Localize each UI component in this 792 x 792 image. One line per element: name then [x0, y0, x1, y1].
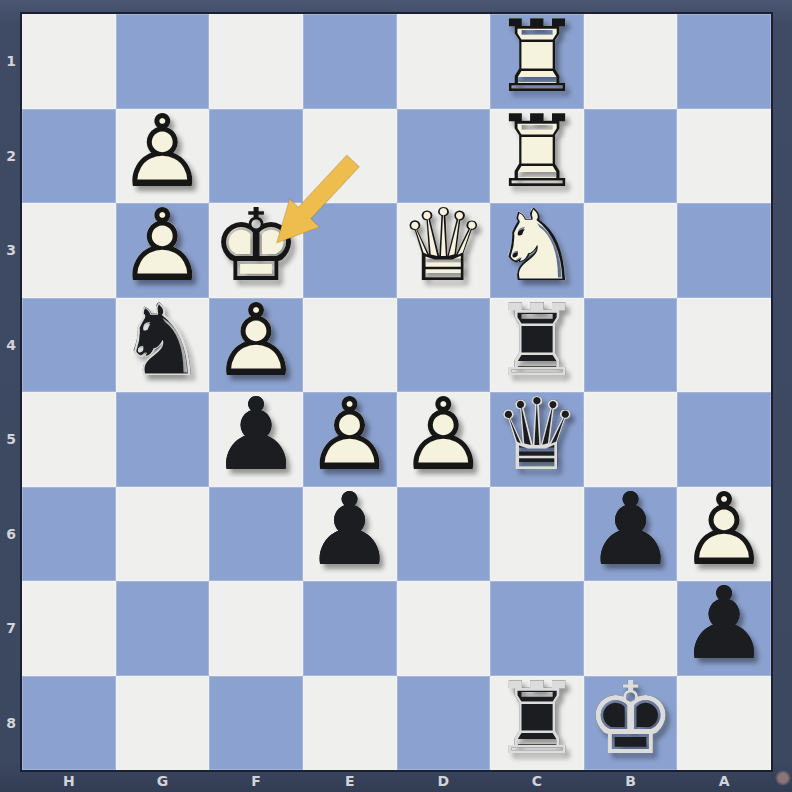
- piece-white-pawn-g3[interactable]: ♟♙: [116, 203, 210, 298]
- rank-label-2: 2: [0, 109, 22, 204]
- piece-black-pawn-a7[interactable]: ♟♙: [677, 581, 771, 676]
- square-h1[interactable]: [22, 14, 116, 109]
- square-a3[interactable]: [677, 203, 771, 298]
- file-label-a: A: [677, 769, 771, 792]
- piece-black-rook-c8[interactable]: ♜♖: [490, 676, 584, 771]
- square-d4[interactable]: [397, 298, 491, 393]
- square-b4[interactable]: [584, 298, 678, 393]
- square-d3[interactable]: ♛♕: [397, 203, 491, 298]
- file-label-e: E: [303, 769, 397, 792]
- square-e4[interactable]: [303, 298, 397, 393]
- square-b5[interactable]: [584, 392, 678, 487]
- square-g7[interactable]: [116, 581, 210, 676]
- piece-black-pawn-f5[interactable]: ♟♙: [209, 392, 303, 487]
- file-label-d: D: [397, 769, 491, 792]
- square-g6[interactable]: [116, 487, 210, 582]
- rank-label-5: 5: [0, 392, 22, 487]
- rank-label-7: 7: [0, 581, 22, 676]
- square-a6[interactable]: ♟♙: [677, 487, 771, 582]
- square-b2[interactable]: [584, 109, 678, 204]
- piece-black-queen-c5[interactable]: ♛♕: [490, 392, 584, 487]
- square-a5[interactable]: [677, 392, 771, 487]
- square-f5[interactable]: ♟♙: [209, 392, 303, 487]
- square-e8[interactable]: [303, 676, 397, 771]
- piece-white-rook-c1[interactable]: ♜♖: [490, 14, 584, 109]
- chess-board-panel: 12345678 ♜♖♟♙♜♖♟♙♚♔♛♕♞♘♞♘♟♙♜♖♟♙♟♙♟♙♛♕♟♙♟…: [0, 0, 792, 792]
- square-g4[interactable]: ♞♘: [116, 298, 210, 393]
- piece-black-rook-c4[interactable]: ♜♖: [490, 298, 584, 393]
- piece-white-knight-c3[interactable]: ♞♘: [490, 203, 584, 298]
- square-e3[interactable]: [303, 203, 397, 298]
- file-label-h: H: [22, 769, 116, 792]
- piece-black-king-b8[interactable]: ♚♔: [584, 676, 678, 771]
- square-c3[interactable]: ♞♘: [490, 203, 584, 298]
- square-d7[interactable]: [397, 581, 491, 676]
- square-e7[interactable]: [303, 581, 397, 676]
- piece-white-pawn-a6[interactable]: ♟♙: [677, 487, 771, 582]
- rank-label-3: 3: [0, 203, 22, 298]
- square-e5[interactable]: ♟♙: [303, 392, 397, 487]
- square-d5[interactable]: ♟♙: [397, 392, 491, 487]
- file-label-b: B: [584, 769, 678, 792]
- square-g1[interactable]: [116, 14, 210, 109]
- square-b8[interactable]: ♚♔: [584, 676, 678, 771]
- square-h3[interactable]: [22, 203, 116, 298]
- file-labels: HGFEDCBA: [22, 769, 771, 792]
- square-g2[interactable]: ♟♙: [116, 109, 210, 204]
- piece-white-pawn-e5[interactable]: ♟♙: [303, 392, 397, 487]
- square-d1[interactable]: [397, 14, 491, 109]
- file-label-g: G: [116, 769, 210, 792]
- board: ♜♖♟♙♜♖♟♙♚♔♛♕♞♘♞♘♟♙♜♖♟♙♟♙♟♙♛♕♟♙♟♙♟♙♟♙♜♖♚♔: [22, 14, 771, 770]
- file-label-f: F: [209, 769, 303, 792]
- square-g8[interactable]: [116, 676, 210, 771]
- square-b7[interactable]: [584, 581, 678, 676]
- piece-black-pawn-e6[interactable]: ♟♙: [303, 487, 397, 582]
- piece-white-rook-c2[interactable]: ♜♖: [490, 109, 584, 204]
- piece-white-pawn-g2[interactable]: ♟♙: [116, 109, 210, 204]
- square-h2[interactable]: [22, 109, 116, 204]
- piece-white-pawn-f4[interactable]: ♟♙: [209, 298, 303, 393]
- square-f2[interactable]: [209, 109, 303, 204]
- square-c1[interactable]: ♜♖: [490, 14, 584, 109]
- square-h8[interactable]: [22, 676, 116, 771]
- square-b6[interactable]: ♟♙: [584, 487, 678, 582]
- square-g3[interactable]: ♟♙: [116, 203, 210, 298]
- file-label-c: C: [490, 769, 584, 792]
- square-h6[interactable]: [22, 487, 116, 582]
- square-e6[interactable]: ♟♙: [303, 487, 397, 582]
- square-f6[interactable]: [209, 487, 303, 582]
- square-a2[interactable]: [677, 109, 771, 204]
- square-e2[interactable]: [303, 109, 397, 204]
- square-b1[interactable]: [584, 14, 678, 109]
- piece-white-queen-d3[interactable]: ♛♕: [397, 203, 491, 298]
- rank-label-8: 8: [0, 676, 22, 771]
- square-b3[interactable]: [584, 203, 678, 298]
- watermark-dot: [775, 770, 791, 786]
- square-g5[interactable]: [116, 392, 210, 487]
- square-a7[interactable]: ♟♙: [677, 581, 771, 676]
- square-a4[interactable]: [677, 298, 771, 393]
- rank-label-1: 1: [0, 14, 22, 109]
- square-c5[interactable]: ♛♕: [490, 392, 584, 487]
- rank-label-4: 4: [0, 298, 22, 393]
- square-d8[interactable]: [397, 676, 491, 771]
- square-h5[interactable]: [22, 392, 116, 487]
- rank-label-6: 6: [0, 487, 22, 582]
- square-f1[interactable]: [209, 14, 303, 109]
- square-c4[interactable]: ♜♖: [490, 298, 584, 393]
- piece-white-king-f3[interactable]: ♚♔: [209, 203, 303, 298]
- square-a1[interactable]: [677, 14, 771, 109]
- square-d2[interactable]: [397, 109, 491, 204]
- rank-labels: 12345678: [0, 14, 22, 770]
- square-c6[interactable]: [490, 487, 584, 582]
- square-d6[interactable]: [397, 487, 491, 582]
- piece-black-knight-g4[interactable]: ♞♘: [116, 298, 210, 393]
- square-f7[interactable]: [209, 581, 303, 676]
- square-h7[interactable]: [22, 581, 116, 676]
- square-f4[interactable]: ♟♙: [209, 298, 303, 393]
- square-c8[interactable]: ♜♖: [490, 676, 584, 771]
- square-f8[interactable]: [209, 676, 303, 771]
- square-c2[interactable]: ♜♖: [490, 109, 584, 204]
- square-c7[interactable]: [490, 581, 584, 676]
- square-f3[interactable]: ♚♔: [209, 203, 303, 298]
- square-e1[interactable]: [303, 14, 397, 109]
- square-h4[interactable]: [22, 298, 116, 393]
- piece-white-pawn-d5[interactable]: ♟♙: [397, 392, 491, 487]
- piece-black-pawn-b6[interactable]: ♟♙: [584, 487, 678, 582]
- square-a8[interactable]: [677, 676, 771, 771]
